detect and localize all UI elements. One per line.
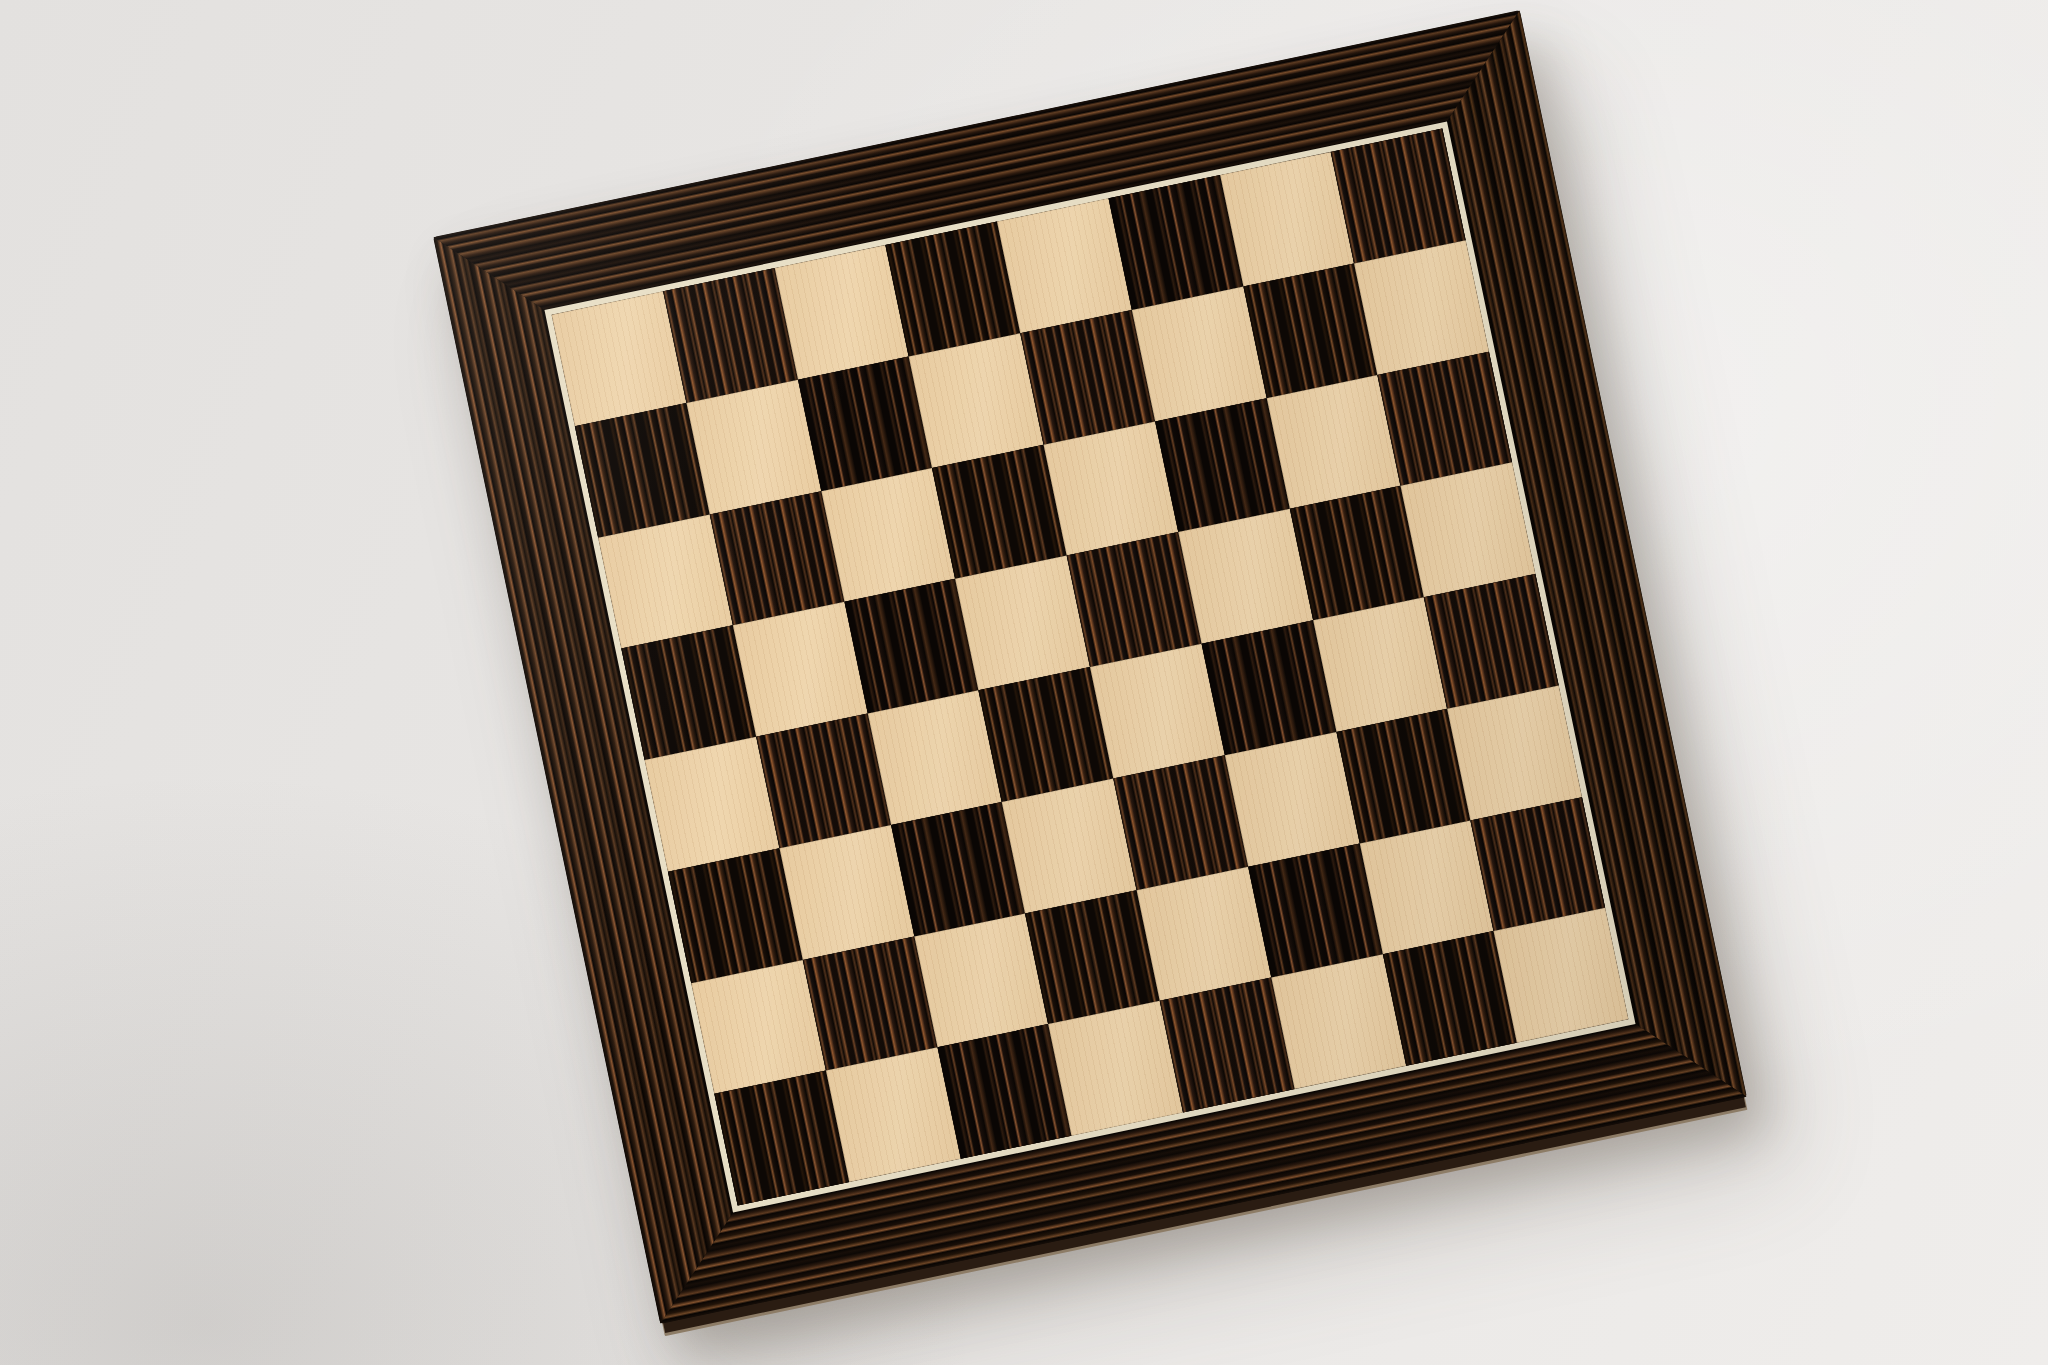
square-c1[interactable] [937, 1024, 1072, 1159]
square-g1[interactable] [1382, 931, 1517, 1066]
chess-board [433, 10, 1747, 1324]
board-grid [552, 129, 1629, 1206]
square-a1[interactable] [714, 1071, 849, 1206]
square-f1[interactable] [1271, 955, 1406, 1090]
square-b1[interactable] [826, 1048, 961, 1183]
photo-background [0, 0, 2048, 1365]
square-d1[interactable] [1048, 1001, 1183, 1136]
square-h1[interactable] [1494, 908, 1629, 1043]
square-e1[interactable] [1160, 978, 1295, 1113]
